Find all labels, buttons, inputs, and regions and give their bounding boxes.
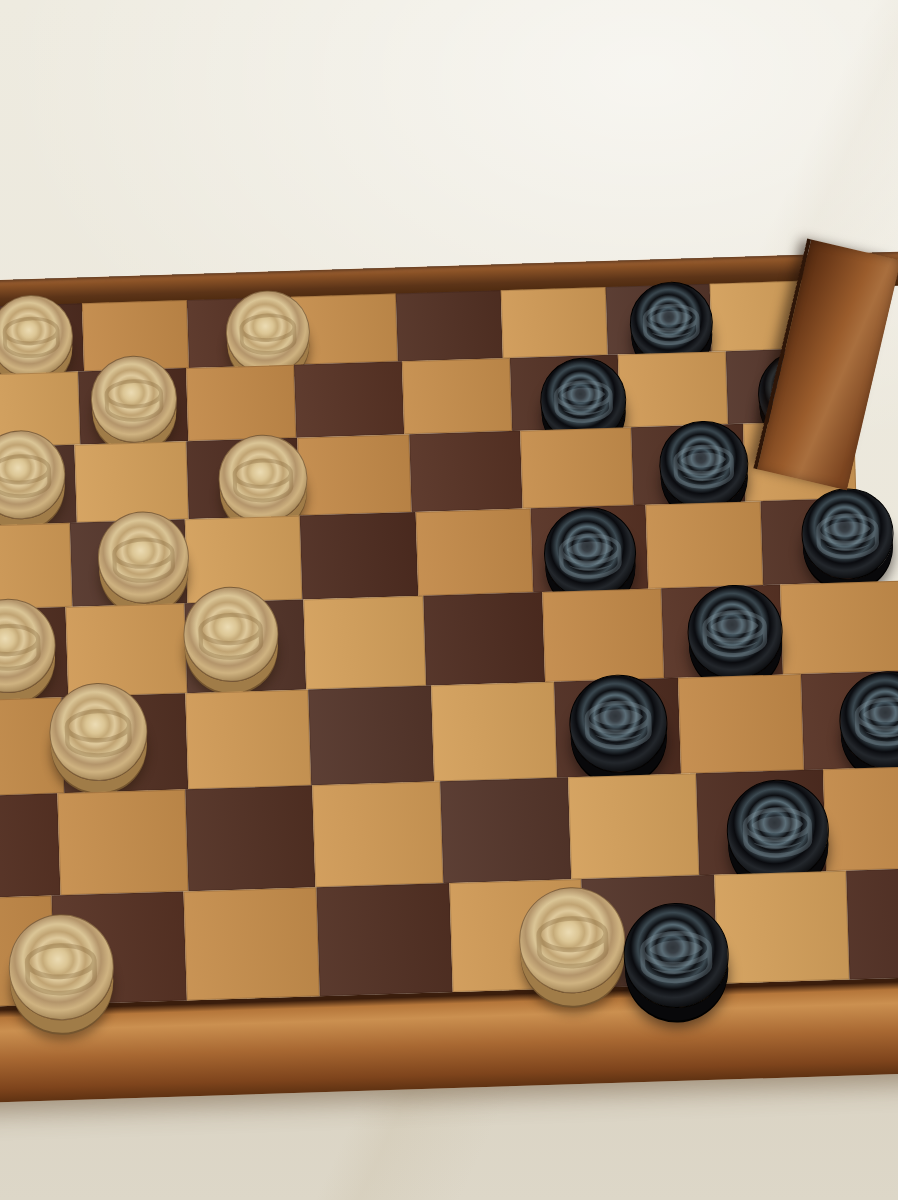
white-draughts-man-glyph: ⛀ [0,598,45,686]
board-square[interactable] [440,777,571,883]
board-square[interactable] [431,682,557,782]
board-square[interactable] [423,592,545,686]
board-square[interactable] [0,793,60,899]
board-square[interactable] [677,674,803,774]
board-square[interactable] [186,365,296,441]
black-draughts-man-glyph: ⛂ [669,420,738,502]
white-draughts-man-glyph: ⛀ [20,914,103,1012]
board-square[interactable] [300,512,418,600]
black-draughts-man-glyph: ⛂ [638,281,703,358]
board-square[interactable] [780,581,898,675]
board-square[interactable] [294,361,404,437]
board-square[interactable] [75,441,189,522]
board-square[interactable] [312,781,443,887]
board-square[interactable] [823,765,898,871]
board-square[interactable] [66,603,188,697]
white-draughts-man-glyph: ⛀ [193,587,267,675]
white-draughts-man-glyph: ⛀ [0,295,64,372]
board-grid: ⛀⛀⛂⛀⛂⛂⛀⛀⛂⛀⛂⛂⛀⛀⛂⛀⛂⛂⛂⛀⛀⛂ [0,0,877,14]
board-square[interactable] [57,789,188,895]
board-square[interactable] [316,883,452,996]
board-square[interactable] [500,287,607,358]
checkers-board: ⛀⛀⛂⛀⛂⛂⛀⛀⛂⛀⛂⛂⛀⛀⛂⛀⛂⛂⛂⛀⛀⛂ [0,0,898,1200]
board-square[interactable] [185,785,316,891]
board-square[interactable] [185,689,311,789]
white-draughts-man-glyph: ⛀ [228,434,297,516]
white-draughts-man-glyph: ⛀ [0,430,56,512]
black-draughts-man-glyph: ⛂ [850,671,898,762]
board-square[interactable] [396,290,503,361]
white-draughts-man-glyph: ⛀ [60,682,137,773]
board-square[interactable] [409,431,523,512]
board-square[interactable] [520,427,634,508]
board-square[interactable] [847,866,898,979]
board-square[interactable] [402,358,512,434]
white-draughts-man-glyph: ⛀ [235,291,300,368]
white-draughts-man-glyph: ⛀ [100,356,167,436]
board-square[interactable] [714,871,850,984]
board-square[interactable] [308,686,434,786]
board-square[interactable] [184,887,320,1000]
table-cloth: ⛀⛀⛂⛀⛂⛂⛀⛀⛂⛀⛂⛂⛀⛀⛂⛀⛂⛂⛂⛀⛀⛂ [0,0,898,1200]
black-draughts-man-glyph: ⛂ [550,357,617,437]
black-draughts-man-glyph: ⛂ [698,584,772,672]
board-square[interactable] [304,596,426,690]
black-draughts-man-glyph: ⛂ [738,780,818,874]
white-draughts-man-glyph: ⛀ [531,887,614,985]
black-draughts-man-glyph: ⛂ [554,508,626,593]
board-square[interactable] [542,588,664,682]
board-square[interactable] [297,434,411,515]
board-square[interactable] [415,508,533,596]
board-square[interactable] [645,501,763,589]
black-draughts-man-glyph: ⛂ [580,675,657,766]
black-draughts-man-glyph: ⛂ [812,488,884,573]
board-square[interactable] [618,351,728,427]
board-square[interactable] [568,773,699,879]
board-square[interactable] [0,523,73,611]
black-draughts-man-glyph: ⛂ [635,903,718,1001]
white-draughts-man-glyph: ⛀ [107,512,179,597]
